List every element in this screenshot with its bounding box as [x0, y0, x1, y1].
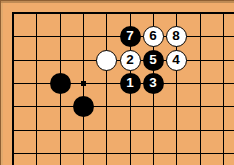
board-top-edge-line — [12, 12, 234, 14]
grid-line-vertical — [223, 12, 224, 165]
grid-line-vertical — [36, 12, 37, 165]
white-stone: 6 — [143, 26, 164, 47]
grid-line-horizontal — [12, 130, 234, 131]
grid-line-horizontal — [12, 153, 234, 154]
grid-line-vertical — [83, 12, 84, 165]
move-number: 2 — [126, 53, 134, 67]
black-stone: 1 — [120, 73, 141, 94]
move-number: 3 — [149, 76, 157, 90]
grid-line-horizontal — [12, 106, 234, 107]
grid-line-vertical — [200, 12, 201, 165]
move-number: 5 — [149, 53, 157, 67]
move-number: 6 — [149, 29, 157, 43]
move-number: 7 — [126, 29, 134, 43]
frame-left-highlight — [1, 3, 3, 165]
white-stone: 2 — [120, 50, 141, 71]
go-diagram: 12345678 — [0, 0, 234, 165]
black-stone — [50, 73, 71, 94]
white-stone: 8 — [166, 26, 187, 47]
white-stone — [96, 50, 117, 71]
grid-line-vertical — [106, 12, 107, 165]
move-number: 1 — [126, 76, 134, 90]
move-number: 4 — [172, 53, 180, 67]
board-left-edge-line — [12, 12, 14, 165]
black-stone: 3 — [143, 73, 164, 94]
black-stone — [73, 96, 94, 117]
black-stone: 7 — [120, 26, 141, 47]
black-stone: 5 — [143, 50, 164, 71]
star-point — [81, 81, 86, 86]
white-stone: 4 — [166, 50, 187, 71]
move-number: 8 — [172, 29, 180, 43]
frame-top-highlight — [0, 1, 234, 3]
